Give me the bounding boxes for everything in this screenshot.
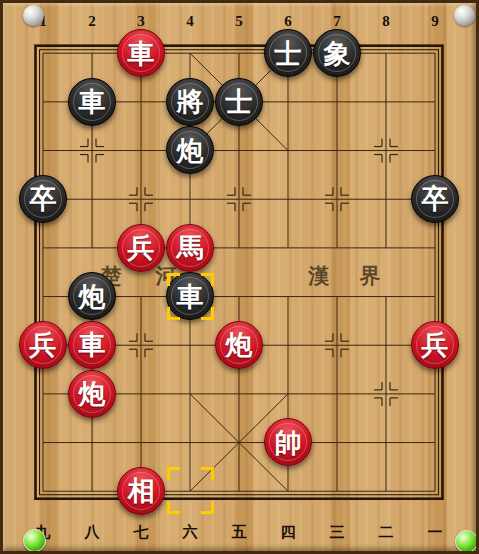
- piece-glyph: 炮: [79, 380, 106, 407]
- piece-black-advisor[interactable]: 士: [264, 29, 312, 77]
- piece-glyph: 兵: [128, 234, 155, 261]
- piece-black-general[interactable]: 將: [166, 78, 214, 126]
- file-label: 四: [264, 521, 313, 543]
- turn-indicator-bottom-right: [455, 530, 478, 553]
- xiangqi-board[interactable]: 車士象車將士炮卒卒兵馬炮車兵車炮兵炮帥相: [19, 29, 460, 516]
- file-label: 五: [215, 521, 264, 543]
- piece-red-chariot[interactable]: 車: [68, 321, 116, 369]
- piece-red-soldier[interactable]: 兵: [411, 321, 459, 369]
- file-label: 二: [362, 521, 411, 543]
- piece-glyph: 車: [79, 331, 106, 358]
- piece-glyph: 士: [226, 88, 253, 115]
- piece-glyph: 馬: [177, 234, 204, 261]
- piece-glyph: 車: [79, 88, 106, 115]
- file-label: 七: [117, 521, 166, 543]
- file-label: 一: [411, 521, 460, 543]
- piece-glyph: 兵: [30, 331, 57, 358]
- piece-red-elephant[interactable]: 相: [117, 467, 165, 515]
- piece-glyph: 炮: [177, 137, 204, 164]
- piece-red-general[interactable]: 帥: [264, 418, 312, 466]
- piece-black-advisor[interactable]: 士: [215, 78, 263, 126]
- piece-black-cannon[interactable]: 炮: [166, 126, 214, 174]
- piece-red-chariot[interactable]: 車: [117, 29, 165, 77]
- piece-glyph: 炮: [79, 283, 106, 310]
- file-label: 八: [68, 521, 117, 543]
- piece-black-soldier[interactable]: 卒: [411, 175, 459, 223]
- piece-glyph: 卒: [30, 185, 57, 212]
- file-labels-bottom: 九 八 七 六 五 四 三 二 一: [19, 521, 460, 543]
- piece-black-chariot[interactable]: 車: [68, 78, 116, 126]
- piece-glyph: 士: [275, 40, 302, 67]
- piece-black-soldier[interactable]: 卒: [19, 175, 67, 223]
- piece-black-cannon[interactable]: 炮: [68, 272, 116, 320]
- file-label: 六: [166, 521, 215, 543]
- turn-indicator-top-left: [23, 5, 44, 26]
- last-move-destination-marker: [167, 273, 214, 320]
- piece-glyph: 相: [128, 477, 155, 504]
- xiangqi-app: 1 2 3 4 5 6 7 8 9 九 八 七 六 五 四 三 二 一 楚 河 …: [0, 0, 479, 554]
- piece-red-cannon[interactable]: 炮: [215, 321, 263, 369]
- piece-red-soldier[interactable]: 兵: [19, 321, 67, 369]
- piece-glyph: 炮: [226, 331, 253, 358]
- piece-glyph: 兵: [422, 331, 449, 358]
- last-move-origin-marker: [167, 467, 214, 514]
- piece-red-cannon[interactable]: 炮: [68, 370, 116, 418]
- piece-red-soldier[interactable]: 兵: [117, 224, 165, 272]
- piece-black-elephant[interactable]: 象: [313, 29, 361, 77]
- piece-glyph: 卒: [422, 185, 449, 212]
- piece-glyph: 帥: [275, 429, 302, 456]
- piece-red-horse[interactable]: 馬: [166, 224, 214, 272]
- turn-indicator-bottom-left: [23, 529, 46, 552]
- piece-glyph: 車: [128, 40, 155, 67]
- piece-glyph: 將: [177, 88, 204, 115]
- piece-glyph: 象: [324, 40, 351, 67]
- turn-indicator-top-right: [454, 5, 475, 26]
- file-label: 三: [313, 521, 362, 543]
